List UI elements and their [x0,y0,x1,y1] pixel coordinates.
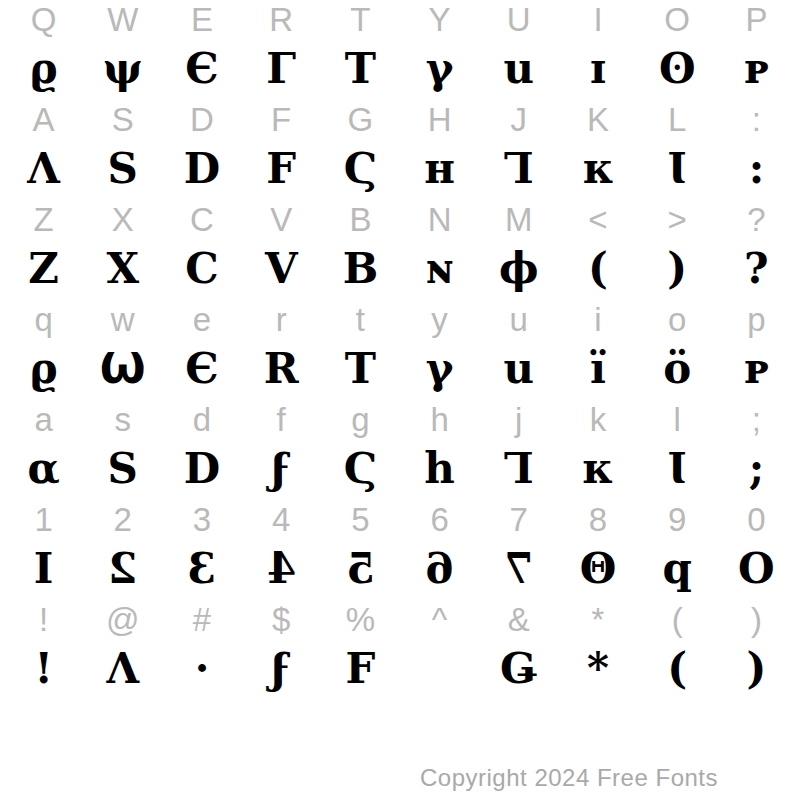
glyph: κ [582,444,613,493]
glyph-char: α [4,448,83,490]
ref-char: ? [717,203,796,236]
glyph: V [265,244,298,293]
glyph: Є [185,44,218,93]
glyph-char: Γ [479,148,558,190]
ref-char: % [321,603,400,636]
ref-char: q [4,303,83,336]
ref-char: g [321,403,400,436]
reference-row: QWERTYUIOP [4,0,796,38]
glyph: : [749,144,765,193]
glyph: γ [426,44,454,93]
ref-char: P [717,3,796,36]
glyph-char: ϕ [479,248,558,290]
glyph-char: u [479,348,558,390]
glyph: ! [34,644,52,693]
ref-char: : [717,103,796,136]
glyph: S [108,444,138,493]
ref-char: H [400,103,479,136]
glyph-row: ZXCVBɴϕ()? [4,238,796,300]
glyph: ; [749,444,765,493]
key-row-pair: ZXCVBNM<>?ZXCVBɴϕ()? [4,200,796,300]
glyph: q [663,544,692,593]
glyph: 5 [346,548,375,590]
ref-char: I [558,3,637,36]
ref-char: L [638,103,717,136]
glyph-char: Ϛ [321,448,400,490]
ref-char: T [321,3,400,36]
ref-char: & [479,603,558,636]
glyph-char: ϝ [242,648,321,690]
glyph-char: h [400,448,479,490]
glyph-char: D [162,148,241,190]
glyph-char: κ [558,448,637,490]
ref-char: V [242,203,321,236]
glyph: Γ [504,148,534,190]
glyph: ʜ [424,144,455,193]
glyph-char: S [83,448,162,490]
glyph-char: ɪ [558,48,637,90]
ref-char: C [162,203,241,236]
key-row-pair: asdfghjkl;αSDϝϚhΓκƖ; [4,400,796,500]
glyph-char: Ϛ [321,148,400,190]
glyph: Z [28,244,59,293]
glyph-char: : [717,148,796,190]
glyph-char: D [162,448,241,490]
glyph: ϝ [270,644,292,693]
glyph: Λ [106,644,139,693]
glyph-char: O [717,548,796,590]
ref-char: S [83,103,162,136]
glyph: ö [663,344,691,393]
ref-char: k [558,403,637,436]
ref-char: 7 [479,503,558,536]
glyph-row: ϱѠЄRTγuïöᴘ [4,338,796,400]
ref-char: h [400,403,479,436]
glyph: ϝ [270,444,292,493]
glyph-char: Є [162,48,241,90]
glyph-row: !Λ·ϝFǤ*() [4,638,796,700]
glyph: F [266,144,296,193]
ref-char: w [83,303,162,336]
ref-char: R [242,3,321,36]
glyph-char: 2 [83,548,162,590]
ref-char: # [162,603,241,636]
glyph-char: F [321,648,400,690]
ref-char: 4 [242,503,321,536]
glyph-char: 4 [242,548,321,590]
ref-char: s [83,403,162,436]
ref-char: f [242,403,321,436]
glyph-char: ö [638,348,717,390]
ref-char: r [242,303,321,336]
glyph-char: ᴘ [717,48,796,90]
glyph-char: Z [4,248,83,290]
ref-char: O [638,3,717,36]
ref-char: @ [83,603,162,636]
key-row-pair: ASDFGHJKL:ΛSDFϚʜΓᴋƖ: [4,100,796,200]
glyph-char: ! [4,648,83,690]
glyph-char: S [83,148,162,190]
ref-char: p [717,303,796,336]
ref-char: N [400,203,479,236]
key-row-pair: 1234567890I234567ΘqO [4,500,796,600]
ref-char: 0 [717,503,796,536]
glyph-char: Ɩ [638,148,717,190]
ref-char: l [638,403,717,436]
glyph: · [195,644,210,693]
glyph: ɴ [425,244,455,293]
glyph-char: Θ [558,548,637,590]
ref-char: Y [400,3,479,36]
glyph-char: Λ [4,148,83,190]
glyph: ϱ [30,344,58,393]
glyph: Ǥ [500,644,538,693]
glyph-char: Ǥ [479,648,558,690]
glyph-char: ; [717,448,796,490]
glyph: O [738,544,775,593]
glyph: I [34,544,54,593]
glyph: ɪ [590,44,606,93]
ref-char: t [321,303,400,336]
ref-char: > [638,203,717,236]
glyph: Θ [580,544,617,593]
glyph: 7 [504,548,533,590]
ref-char: Q [4,3,83,36]
glyph-char: ʜ [400,148,479,190]
glyph: Ϛ [344,144,377,193]
ref-char: K [558,103,637,136]
ref-char: < [558,203,637,236]
ref-char: G [321,103,400,136]
ref-char: a [4,403,83,436]
glyph-char: ᴋ [558,148,637,190]
key-row-pair: qwertyuiopϱѠЄRTγuïöᴘ [4,300,796,400]
key-row-pair: !@#$%^&*()!Λ·ϝFǤ*() [4,600,796,700]
glyph-char: Ѡ [83,348,162,390]
ref-char: $ [242,603,321,636]
glyph: h [424,444,455,493]
glyph-row: ϱψЄΓTγuɪʘᴘ [4,38,796,100]
glyph-char: Λ [83,648,162,690]
glyph-char: Ɩ [638,448,717,490]
glyph: 2 [108,548,137,590]
glyph: B [343,244,379,293]
glyph-char: 5 [321,548,400,590]
ref-char: U [479,3,558,36]
glyph: ᴘ [744,44,769,93]
glyph-char: · [162,648,241,690]
glyph-char: T [321,48,400,90]
glyph-char: R [242,348,321,390]
ref-char: 8 [558,503,637,536]
ref-char: D [162,103,241,136]
glyph: ? [744,244,769,293]
glyph: Ɩ [667,444,687,493]
glyph-char: ? [717,248,796,290]
glyph-char: ϝ [242,448,321,490]
glyph-char: F [242,148,321,190]
glyph-char: ᴘ [717,348,796,390]
reference-row: qwertyuiop [4,300,796,338]
glyph-row: αSDϝϚhΓκƖ; [4,438,796,500]
glyph-char: ϱ [4,48,83,90]
glyph: Λ [27,144,60,193]
glyph: ʘ [659,44,696,93]
glyph: F [345,644,375,693]
ref-char: y [400,303,479,336]
glyph-char: γ [400,348,479,390]
ref-char: J [479,103,558,136]
ref-char: 2 [83,503,162,536]
glyph-char: B [321,248,400,290]
font-specimen-chart: QWERTYUIOPϱψЄΓTγuɪʘᴘASDFGHJKL:ΛSDFϚʜΓᴋƖ:… [4,0,796,700]
glyph-char: Є [162,348,241,390]
ref-char: 3 [162,503,241,536]
copyright-watermark: Copyright 2024 Free Fonts [420,764,718,792]
glyph: C [185,244,218,293]
glyph: ) [746,644,766,693]
glyph: T [345,44,376,93]
glyph-char: * [558,648,637,690]
glyph: Є [185,344,218,393]
glyph-char: u [479,48,558,90]
ref-char: Z [4,203,83,236]
reference-row: asdfghjkl; [4,400,796,438]
reference-row: ZXCVBNM<>? [4,200,796,238]
glyph: ψ [103,44,143,93]
glyph-row: I234567ΘqO [4,538,796,600]
glyph-char: 3 [162,548,241,590]
glyph-char: Γ [479,448,558,490]
glyph: ϱ [30,44,58,93]
reference-row: 1234567890 [4,500,796,538]
glyph-char: ( [638,648,717,690]
glyph-row: ΛSDFϚʜΓᴋƖ: [4,138,796,200]
glyph-char: ) [717,648,796,690]
glyph: T [345,344,376,393]
glyph: Ϛ [344,444,377,493]
glyph: ᴘ [744,344,769,393]
ref-char: M [479,203,558,236]
ref-char: u [479,303,558,336]
ref-char: e [162,303,241,336]
glyph-char: ψ [83,48,162,90]
glyph: ϕ [499,244,539,293]
ref-char: 1 [4,503,83,536]
glyph-char: C [162,248,241,290]
glyph: u [504,44,535,93]
ref-char: ! [4,603,83,636]
ref-char: ) [717,603,796,636]
glyph: α [27,444,59,493]
ref-char: j [479,403,558,436]
glyph-char: ) [638,248,717,290]
glyph: 6 [425,548,454,590]
glyph-char: γ [400,48,479,90]
ref-char: A [4,103,83,136]
glyph-char: ï [558,348,637,390]
glyph-char: ( [558,248,637,290]
glyph-char: ɴ [400,248,479,290]
glyph-char: X [83,248,162,290]
glyph: ï [590,344,606,393]
glyph-char: 7 [479,548,558,590]
ref-char: X [83,203,162,236]
glyph: * [587,644,609,693]
ref-char: 6 [400,503,479,536]
glyph-char: 6 [400,548,479,590]
ref-char: d [162,403,241,436]
ref-char: i [558,303,637,336]
glyph: D [184,444,220,493]
ref-char: 5 [321,503,400,536]
glyph-char: q [638,548,717,590]
glyph-char: ʘ [638,48,717,90]
ref-char: F [242,103,321,136]
ref-char: 9 [638,503,717,536]
ref-char: ; [717,403,796,436]
ref-char: W [83,3,162,36]
glyph: R [264,344,299,393]
ref-char: B [321,203,400,236]
glyph: Ɩ [667,144,687,193]
glyph: D [184,144,220,193]
glyph-char: I [4,548,83,590]
glyph-char: V [242,248,321,290]
glyph: ( [667,644,687,693]
glyph-char: T [321,348,400,390]
glyph-char: ϱ [4,348,83,390]
glyph: S [108,144,138,193]
key-row-pair: QWERTYUIOPϱψЄΓTγuɪʘᴘ [4,0,796,100]
ref-char: ( [638,603,717,636]
glyph: Ѡ [100,344,146,393]
reference-row: !@#$%^&*() [4,600,796,638]
glyph: Γ [266,44,296,93]
glyph: 4 [267,548,296,590]
glyph: ᴋ [583,144,613,193]
reference-row: ASDFGHJKL: [4,100,796,138]
glyph: γ [426,344,454,393]
ref-char: * [558,603,637,636]
ref-char: ^ [400,603,479,636]
glyph-char: Γ [242,48,321,90]
glyph: X [106,244,139,293]
glyph: u [504,344,535,393]
glyph: Γ [504,448,534,490]
glyph: ) [667,244,687,293]
ref-char: o [638,303,717,336]
glyph: 3 [187,548,216,590]
glyph: ( [588,244,608,293]
ref-char: E [162,3,241,36]
